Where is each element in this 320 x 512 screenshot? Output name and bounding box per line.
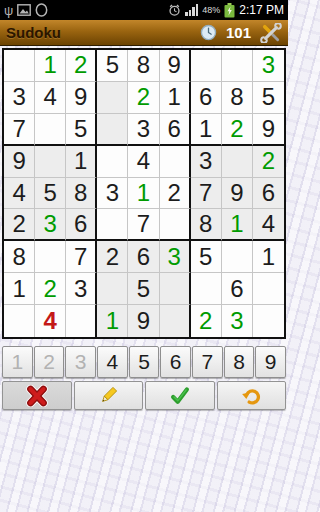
cell-r5c9[interactable]: 6 <box>253 178 284 210</box>
cell-r3c7[interactable]: 1 <box>191 114 222 146</box>
pencil-button[interactable] <box>74 381 144 410</box>
usb-icon: ψ <box>4 4 13 17</box>
cell-r9c7[interactable]: 2 <box>191 305 222 337</box>
cell-r4c4[interactable] <box>97 146 128 178</box>
signal-icon <box>185 4 198 16</box>
cell-r3c4[interactable] <box>97 114 128 146</box>
cell-r6c6[interactable] <box>160 209 191 241</box>
green-check-icon <box>168 385 192 407</box>
app-title: Sudoku <box>6 24 61 41</box>
cell-r5c5[interactable]: 1 <box>128 178 159 210</box>
cell-r9c2[interactable]: 4 <box>35 305 66 337</box>
cell-r6c7[interactable]: 8 <box>191 209 222 241</box>
title-bar: Sudoku 101 <box>0 20 288 46</box>
cell-r3c3[interactable]: 5 <box>66 114 97 146</box>
cell-r6c4[interactable] <box>97 209 128 241</box>
score-value: 101 <box>226 24 251 41</box>
cell-r1c1[interactable] <box>4 50 35 82</box>
cell-r4c9[interactable]: 2 <box>253 146 284 178</box>
cell-r3c5[interactable]: 3 <box>128 114 159 146</box>
cell-r9c1[interactable] <box>4 305 35 337</box>
cell-r1c5[interactable]: 8 <box>128 50 159 82</box>
cell-r1c7[interactable] <box>191 50 222 82</box>
tools-icon[interactable] <box>260 23 282 43</box>
action-toolbar <box>2 381 286 410</box>
cell-r4c3[interactable]: 1 <box>66 146 97 178</box>
erase-button[interactable] <box>2 381 72 410</box>
cell-r7c7[interactable]: 5 <box>191 241 222 273</box>
cell-r2c9[interactable]: 5 <box>253 82 284 114</box>
cell-r7c2[interactable] <box>35 241 66 273</box>
numpad-3[interactable]: 3 <box>65 346 96 378</box>
numpad-4[interactable]: 4 <box>97 346 128 378</box>
battery-percent: 48% <box>202 5 220 15</box>
sudoku-board: 1258933492168575361299143245831279623678… <box>2 48 286 339</box>
timer-clock-icon[interactable] <box>200 24 217 41</box>
numpad-6[interactable]: 6 <box>160 346 191 378</box>
cell-r4c7[interactable]: 3 <box>191 146 222 178</box>
cell-r5c3[interactable]: 8 <box>66 178 97 210</box>
cell-r2c5[interactable]: 2 <box>128 82 159 114</box>
number-pad: 123456789 <box>2 346 286 378</box>
cell-r5c4[interactable]: 3 <box>97 178 128 210</box>
numpad-7[interactable]: 7 <box>192 346 223 378</box>
red-x-icon <box>24 385 50 407</box>
cell-r1c4[interactable]: 5 <box>97 50 128 82</box>
cell-r2c2[interactable]: 4 <box>35 82 66 114</box>
cell-r1c9[interactable]: 3 <box>253 50 284 82</box>
cell-r1c2[interactable]: 1 <box>35 50 66 82</box>
cell-r9c6[interactable] <box>160 305 191 337</box>
cell-r8c4[interactable] <box>97 273 128 305</box>
alarm-icon <box>168 3 181 17</box>
cell-r2c7[interactable]: 6 <box>191 82 222 114</box>
cell-r7c1[interactable]: 8 <box>4 241 35 273</box>
cell-r4c2[interactable] <box>35 146 66 178</box>
cell-r7c9[interactable]: 1 <box>253 241 284 273</box>
cell-r9c5[interactable]: 9 <box>128 305 159 337</box>
gallery-icon <box>17 4 31 16</box>
cell-r8c3[interactable]: 3 <box>66 273 97 305</box>
cell-r6c5[interactable]: 7 <box>128 209 159 241</box>
undo-icon <box>240 385 263 407</box>
data-oval-icon <box>35 3 48 17</box>
cell-r5c8[interactable]: 9 <box>222 178 253 210</box>
pencil-icon <box>97 385 119 407</box>
cell-r4c1[interactable]: 9 <box>4 146 35 178</box>
confirm-button[interactable] <box>145 381 215 410</box>
cell-r8c5[interactable]: 5 <box>128 273 159 305</box>
cell-r5c1[interactable]: 4 <box>4 178 35 210</box>
cell-r4c5[interactable]: 4 <box>128 146 159 178</box>
cell-r5c6[interactable]: 2 <box>160 178 191 210</box>
cell-r9c3[interactable] <box>66 305 97 337</box>
cell-r6c3[interactable]: 6 <box>66 209 97 241</box>
cell-r9c4[interactable]: 1 <box>97 305 128 337</box>
cell-r8c6[interactable] <box>160 273 191 305</box>
cell-r9c8[interactable]: 3 <box>222 305 253 337</box>
cell-r2c1[interactable]: 3 <box>4 82 35 114</box>
cell-r3c9[interactable]: 9 <box>253 114 284 146</box>
undo-button[interactable] <box>217 381 287 410</box>
cell-r7c8[interactable] <box>222 241 253 273</box>
cell-r3c6[interactable]: 6 <box>160 114 191 146</box>
status-bar: ψ 48% 2:17 PM <box>0 0 288 20</box>
cell-r7c3[interactable]: 7 <box>66 241 97 273</box>
cell-r7c4[interactable]: 2 <box>97 241 128 273</box>
cell-r2c8[interactable]: 8 <box>222 82 253 114</box>
numpad-8[interactable]: 8 <box>224 346 255 378</box>
cell-r5c7[interactable]: 7 <box>191 178 222 210</box>
numpad-1[interactable]: 1 <box>2 346 33 378</box>
battery-icon <box>224 3 235 18</box>
numpad-5[interactable]: 5 <box>129 346 160 378</box>
cell-r6c2[interactable]: 3 <box>35 209 66 241</box>
cell-r2c4[interactable] <box>97 82 128 114</box>
cell-r8c8[interactable]: 6 <box>222 273 253 305</box>
cell-r7c5[interactable]: 6 <box>128 241 159 273</box>
cell-r8c1[interactable]: 1 <box>4 273 35 305</box>
clock-time: 2:17 PM <box>239 3 284 17</box>
numpad-2[interactable]: 2 <box>34 346 65 378</box>
cell-r5c2[interactable]: 5 <box>35 178 66 210</box>
cell-r3c2[interactable] <box>35 114 66 146</box>
cell-r4c8[interactable] <box>222 146 253 178</box>
cell-r6c9[interactable]: 4 <box>253 209 284 241</box>
cell-r3c8[interactable]: 2 <box>222 114 253 146</box>
cell-r4c6[interactable] <box>160 146 191 178</box>
cell-r8c7[interactable] <box>191 273 222 305</box>
cell-r6c8[interactable]: 1 <box>222 209 253 241</box>
cell-r1c3[interactable]: 2 <box>66 50 97 82</box>
numpad-9[interactable]: 9 <box>255 346 286 378</box>
cell-r3c1[interactable]: 7 <box>4 114 35 146</box>
cell-r1c8[interactable] <box>222 50 253 82</box>
cell-r1c6[interactable]: 9 <box>160 50 191 82</box>
cell-r2c3[interactable]: 9 <box>66 82 97 114</box>
cell-r8c2[interactable]: 2 <box>35 273 66 305</box>
cell-r6c1[interactable]: 2 <box>4 209 35 241</box>
cell-r9c9[interactable] <box>253 305 284 337</box>
cell-r7c6[interactable]: 3 <box>160 241 191 273</box>
cell-r2c6[interactable]: 1 <box>160 82 191 114</box>
cell-r8c9[interactable] <box>253 273 284 305</box>
